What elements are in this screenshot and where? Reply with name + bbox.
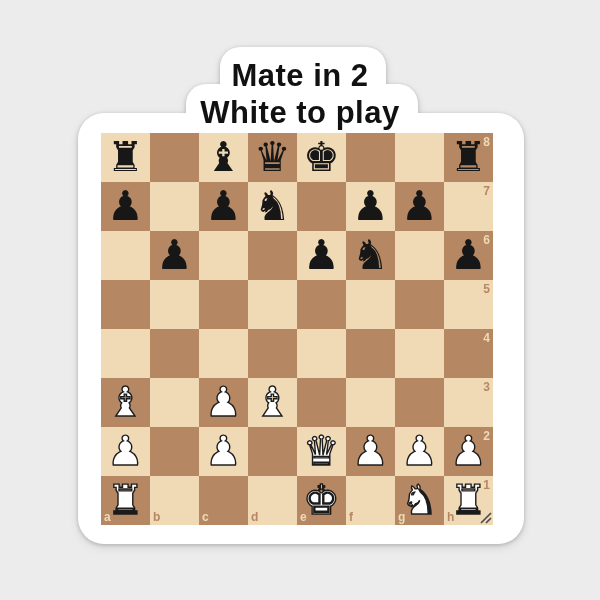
piece-white-pawn: ♟ (199, 427, 248, 476)
square-h3: 3 (444, 378, 493, 427)
square-c6 (199, 231, 248, 280)
square-a3: ♝ (101, 378, 150, 427)
square-h5: 5 (444, 280, 493, 329)
square-c2: ♟ (199, 427, 248, 476)
piece-black-knight: ♞ (346, 231, 395, 280)
square-h6: 6♟ (444, 231, 493, 280)
piece-white-bishop: ♝ (101, 378, 150, 427)
square-d1: d (248, 476, 297, 525)
coord-rank-8: 8 (483, 136, 490, 148)
piece-black-pawn: ♟ (199, 182, 248, 231)
square-g3 (395, 378, 444, 427)
square-d6 (248, 231, 297, 280)
square-d4 (248, 329, 297, 378)
piece-black-queen: ♛ (248, 133, 297, 182)
coord-rank-1: 1 (483, 479, 490, 491)
square-f8 (346, 133, 395, 182)
square-e7 (297, 182, 346, 231)
piece-black-bishop: ♝ (199, 133, 248, 182)
square-a8: ♜ (101, 133, 150, 182)
coord-rank-6: 6 (483, 234, 490, 246)
square-g4 (395, 329, 444, 378)
square-f7: ♟ (346, 182, 395, 231)
piece-black-pawn: ♟ (150, 231, 199, 280)
board-resize-handle-icon (479, 511, 492, 524)
square-e6: ♟ (297, 231, 346, 280)
square-b8 (150, 133, 199, 182)
coord-file-d: d (251, 511, 258, 523)
piece-white-pawn: ♟ (395, 427, 444, 476)
square-e8: ♚ (297, 133, 346, 182)
square-d7: ♞ (248, 182, 297, 231)
piece-black-pawn: ♟ (297, 231, 346, 280)
square-d3: ♝ (248, 378, 297, 427)
piece-white-pawn: ♟ (101, 427, 150, 476)
piece-white-bishop: ♝ (248, 378, 297, 427)
square-e2: ♛ (297, 427, 346, 476)
square-f5 (346, 280, 395, 329)
square-b1: b (150, 476, 199, 525)
coord-file-a: a (104, 511, 111, 523)
piece-black-pawn: ♟ (395, 182, 444, 231)
square-b2 (150, 427, 199, 476)
coord-rank-3: 3 (483, 381, 490, 393)
square-e5 (297, 280, 346, 329)
coord-file-f: f (349, 511, 353, 523)
square-b7 (150, 182, 199, 231)
coord-file-h: h (447, 511, 454, 523)
piece-black-pawn: ♟ (346, 182, 395, 231)
square-f6: ♞ (346, 231, 395, 280)
square-e4 (297, 329, 346, 378)
sticker-product-image: Mate in 2 White to play ♜♝♛♚8♜♟♟♞♟♟7♟♟♞6… (0, 0, 600, 600)
square-g8 (395, 133, 444, 182)
square-c5 (199, 280, 248, 329)
square-e1: e♚ (297, 476, 346, 525)
square-e3 (297, 378, 346, 427)
square-g2: ♟ (395, 427, 444, 476)
square-h4: 4 (444, 329, 493, 378)
square-c7: ♟ (199, 182, 248, 231)
piece-white-pawn: ♟ (199, 378, 248, 427)
coord-rank-5: 5 (483, 283, 490, 295)
piece-black-king: ♚ (297, 133, 346, 182)
coord-file-b: b (153, 511, 160, 523)
chess-board: ♜♝♛♚8♜♟♟♞♟♟7♟♟♞6♟54♝♟♝3♟♟♛♟♟2♟a♜bcde♚fg♞… (101, 133, 493, 525)
piece-white-pawn: ♟ (346, 427, 395, 476)
coord-rank-4: 4 (483, 332, 490, 344)
square-a6 (101, 231, 150, 280)
coord-rank-2: 2 (483, 430, 490, 442)
square-c4 (199, 329, 248, 378)
square-f2: ♟ (346, 427, 395, 476)
square-g5 (395, 280, 444, 329)
square-h1: 1h♜ (444, 476, 493, 525)
square-f3 (346, 378, 395, 427)
square-a7: ♟ (101, 182, 150, 231)
square-f4 (346, 329, 395, 378)
square-c8: ♝ (199, 133, 248, 182)
square-c3: ♟ (199, 378, 248, 427)
square-d5 (248, 280, 297, 329)
square-h7: 7 (444, 182, 493, 231)
chess-puzzle-sticker: Mate in 2 White to play ♜♝♛♚8♜♟♟♞♟♟7♟♟♞6… (0, 0, 600, 600)
square-c1: c (199, 476, 248, 525)
square-a4 (101, 329, 150, 378)
square-h2: 2♟ (444, 427, 493, 476)
coord-file-c: c (202, 511, 209, 523)
coord-file-e: e (300, 511, 307, 523)
square-g1: g♞ (395, 476, 444, 525)
piece-black-pawn: ♟ (101, 182, 150, 231)
puzzle-title: Mate in 2 (0, 58, 600, 94)
piece-black-knight: ♞ (248, 182, 297, 231)
coord-rank-7: 7 (483, 185, 490, 197)
square-g7: ♟ (395, 182, 444, 231)
piece-black-rook: ♜ (101, 133, 150, 182)
side-to-play-label: White to play (0, 95, 600, 131)
square-g6 (395, 231, 444, 280)
square-b6: ♟ (150, 231, 199, 280)
square-f1: f (346, 476, 395, 525)
square-b5 (150, 280, 199, 329)
coord-file-g: g (398, 511, 405, 523)
piece-white-queen: ♛ (297, 427, 346, 476)
square-d2 (248, 427, 297, 476)
square-b3 (150, 378, 199, 427)
square-d8: ♛ (248, 133, 297, 182)
square-a5 (101, 280, 150, 329)
square-h8: 8♜ (444, 133, 493, 182)
board-card: ♜♝♛♚8♜♟♟♞♟♟7♟♟♞6♟54♝♟♝3♟♟♛♟♟2♟a♜bcde♚fg♞… (78, 113, 524, 544)
square-a2: ♟ (101, 427, 150, 476)
square-b4 (150, 329, 199, 378)
square-a1: a♜ (101, 476, 150, 525)
